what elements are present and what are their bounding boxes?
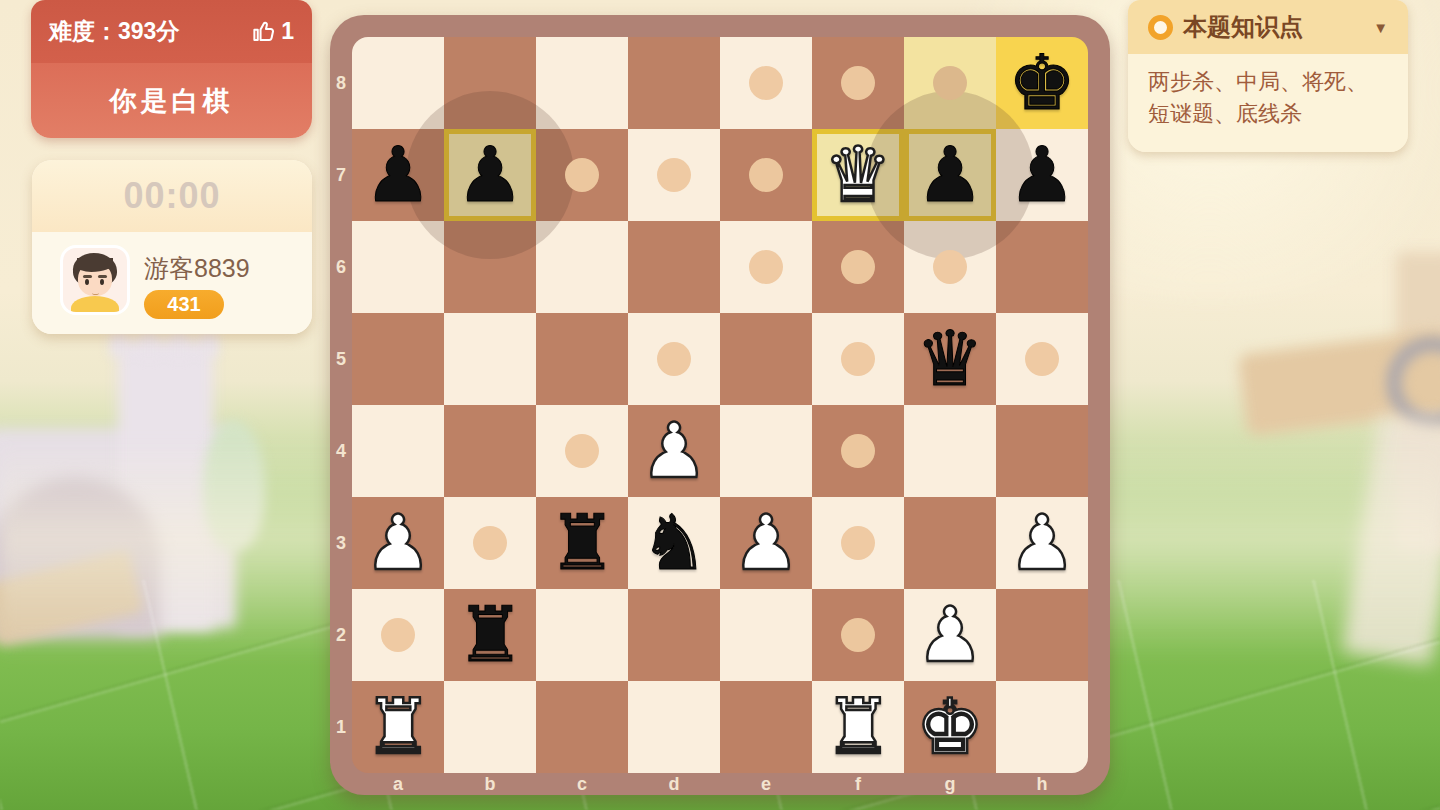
square-d1[interactable]: [628, 681, 720, 773]
knowledge-card: 本题知识点 ▼ 两步杀、中局、将死、短谜题、底线杀: [1128, 0, 1408, 152]
move-dot-g6[interactable]: [933, 250, 967, 284]
square-b4[interactable]: [444, 405, 536, 497]
rank-label-4: 4: [330, 405, 352, 497]
rank-label-5: 5: [330, 313, 352, 405]
square-g2[interactable]: ♟: [904, 589, 996, 681]
piece-black-pawn-h7[interactable]: ♟: [996, 129, 1088, 221]
square-e2[interactable]: [720, 589, 812, 681]
piece-white-pawn-h3[interactable]: ♟: [996, 497, 1088, 589]
timer-value: 00:00: [123, 175, 220, 217]
catapult-base: [1342, 414, 1440, 665]
file-label-f: f: [812, 773, 904, 795]
avatar-shirt: [71, 296, 119, 315]
rank-label-6: 6: [330, 221, 352, 313]
move-dot-d5[interactable]: [657, 342, 691, 376]
file-label-g: g: [904, 773, 996, 795]
catapult-tower: [1396, 252, 1440, 552]
square-c1[interactable]: [536, 681, 628, 773]
square-h3[interactable]: ♟: [996, 497, 1088, 589]
player-name: 游客8839: [144, 252, 250, 285]
square-e7[interactable]: [720, 129, 812, 221]
difficulty-card: 难度：393分 1 你是白棋: [31, 0, 312, 138]
pine-tree: [203, 420, 265, 550]
piece-white-rook-f1[interactable]: ♜: [812, 681, 904, 773]
piece-white-pawn-d4[interactable]: ♟: [628, 405, 720, 497]
piece-white-king-g1[interactable]: ♚: [904, 681, 996, 773]
square-a2[interactable]: [352, 589, 444, 681]
move-dot-c4[interactable]: [565, 434, 599, 468]
rank-label-3: 3: [330, 497, 352, 589]
square-h1[interactable]: [996, 681, 1088, 773]
move-dot-g8[interactable]: [933, 66, 967, 100]
rank-label-7: 7: [330, 129, 352, 221]
square-g4[interactable]: [904, 405, 996, 497]
player-info: 游客8839 431: [32, 232, 312, 334]
square-d3[interactable]: ♞: [628, 497, 720, 589]
square-c5[interactable]: [536, 313, 628, 405]
piece-black-pawn-b7[interactable]: ♟: [444, 129, 536, 221]
square-h2[interactable]: [996, 589, 1088, 681]
rank-label-2: 2: [330, 589, 352, 681]
rank-label-8: 8: [330, 37, 352, 129]
knowledge-tags: 两步杀、中局、将死、短谜题、底线杀: [1148, 66, 1388, 130]
square-f3[interactable]: [812, 497, 904, 589]
chess-board: 87654321 abcdefgh ♚♟♟♛♟♟♛♟♟♜♞♟♟♜♟♜♜♚: [330, 15, 1110, 795]
like-button[interactable]: 1: [251, 18, 294, 45]
move-dot-e7[interactable]: [749, 158, 783, 192]
piece-black-queen-g5[interactable]: ♛: [904, 313, 996, 405]
move-dot-b3[interactable]: [473, 526, 507, 560]
square-d5[interactable]: [628, 313, 720, 405]
role-banner: 你是白棋: [31, 63, 312, 138]
square-d4[interactable]: ♟: [628, 405, 720, 497]
square-f4[interactable]: [812, 405, 904, 497]
move-dot-f3[interactable]: [841, 526, 875, 560]
square-b3[interactable]: [444, 497, 536, 589]
square-d8[interactable]: [628, 37, 720, 129]
difficulty-header: 难度：393分 1: [31, 0, 312, 63]
square-c4[interactable]: [536, 405, 628, 497]
move-dot-c7[interactable]: [565, 158, 599, 192]
square-e3[interactable]: ♟: [720, 497, 812, 589]
move-dot-h5[interactable]: [1025, 342, 1059, 376]
piece-white-pawn-e3[interactable]: ♟: [720, 497, 812, 589]
board-grid: ♚♟♟♛♟♟♛♟♟♜♞♟♟♜♟♜♜♚: [352, 37, 1088, 773]
square-h8[interactable]: ♚: [996, 37, 1088, 129]
move-dot-f6[interactable]: [841, 250, 875, 284]
knowledge-body: 两步杀、中局、将死、短谜题、底线杀: [1128, 54, 1408, 152]
chevron-down-icon[interactable]: ▼: [1373, 19, 1388, 36]
square-h4[interactable]: [996, 405, 1088, 497]
move-dot-e8[interactable]: [749, 66, 783, 100]
square-c2[interactable]: [536, 589, 628, 681]
file-label-a: a: [352, 773, 444, 795]
file-label-c: c: [536, 773, 628, 795]
knowledge-title: 本题知识点: [1183, 11, 1363, 43]
file-label-b: b: [444, 773, 536, 795]
square-c3[interactable]: ♜: [536, 497, 628, 589]
square-h7[interactable]: ♟: [996, 129, 1088, 221]
thumbs-up-icon: [251, 18, 278, 45]
castle-keep: [118, 340, 213, 630]
square-f7[interactable]: ♛: [812, 129, 904, 221]
ring-icon: [1148, 15, 1173, 40]
square-g5[interactable]: ♛: [904, 313, 996, 405]
square-b1[interactable]: [444, 681, 536, 773]
move-dot-a2[interactable]: [381, 618, 415, 652]
difficulty-label: 难度：393分: [49, 16, 251, 47]
piece-black-rook-b2[interactable]: ♜: [444, 589, 536, 681]
move-dot-e6[interactable]: [749, 250, 783, 284]
player-card: 00:00 游客8839 431: [32, 160, 312, 334]
rank-label-1: 1: [330, 681, 352, 773]
square-g3[interactable]: [904, 497, 996, 589]
square-g1[interactable]: ♚: [904, 681, 996, 773]
piece-black-rook-c3[interactable]: ♜: [536, 497, 628, 589]
square-h6[interactable]: [996, 221, 1088, 313]
avatar: [60, 245, 130, 315]
square-a7[interactable]: ♟: [352, 129, 444, 221]
move-dot-f5[interactable]: [841, 342, 875, 376]
square-f2[interactable]: [812, 589, 904, 681]
castle-ramp: [0, 549, 144, 647]
square-d6[interactable]: [628, 221, 720, 313]
castle-archway: [0, 478, 160, 638]
square-a5[interactable]: [352, 313, 444, 405]
piece-black-king-h8[interactable]: ♚: [996, 37, 1088, 129]
knowledge-header[interactable]: 本题知识点 ▼: [1128, 0, 1408, 54]
piece-black-pawn-a7[interactable]: ♟: [352, 129, 444, 221]
catapult-wheel: [1386, 336, 1440, 430]
castle-wall: [0, 428, 236, 628]
role-label: 你是白棋: [110, 83, 234, 119]
square-e8[interactable]: [720, 37, 812, 129]
move-dot-f2[interactable]: [841, 618, 875, 652]
square-a4[interactable]: [352, 405, 444, 497]
piece-black-knight-d3[interactable]: ♞: [628, 497, 720, 589]
square-f5[interactable]: [812, 313, 904, 405]
rank-labels: 87654321: [330, 37, 352, 773]
like-count: 1: [281, 18, 294, 45]
timer-area: 00:00: [32, 160, 312, 232]
square-e5[interactable]: [720, 313, 812, 405]
piece-white-pawn-a3[interactable]: ♟: [352, 497, 444, 589]
file-label-h: h: [996, 773, 1088, 795]
move-dot-f8[interactable]: [841, 66, 875, 100]
square-e6[interactable]: [720, 221, 812, 313]
piece-black-pawn-g7[interactable]: ♟: [904, 129, 996, 221]
square-d7[interactable]: [628, 129, 720, 221]
square-h5[interactable]: [996, 313, 1088, 405]
piece-white-queen-f7[interactable]: ♛: [812, 129, 904, 221]
square-g7[interactable]: ♟: [904, 129, 996, 221]
move-dot-f4[interactable]: [841, 434, 875, 468]
square-c6[interactable]: [536, 221, 628, 313]
file-label-e: e: [720, 773, 812, 795]
file-label-d: d: [628, 773, 720, 795]
square-a3[interactable]: ♟: [352, 497, 444, 589]
square-e4[interactable]: [720, 405, 812, 497]
square-e1[interactable]: [720, 681, 812, 773]
square-d2[interactable]: [628, 589, 720, 681]
piece-white-pawn-g2[interactable]: ♟: [904, 589, 996, 681]
square-b7[interactable]: ♟: [444, 129, 536, 221]
catapult-beam: [1238, 330, 1440, 437]
square-b5[interactable]: [444, 313, 536, 405]
move-dot-d7[interactable]: [657, 158, 691, 192]
piece-white-rook-a1[interactable]: ♜: [352, 681, 444, 773]
rating-badge: 431: [144, 290, 224, 319]
square-f1[interactable]: ♜: [812, 681, 904, 773]
file-labels: abcdefgh: [352, 773, 1088, 795]
square-a1[interactable]: ♜: [352, 681, 444, 773]
square-b2[interactable]: ♜: [444, 589, 536, 681]
